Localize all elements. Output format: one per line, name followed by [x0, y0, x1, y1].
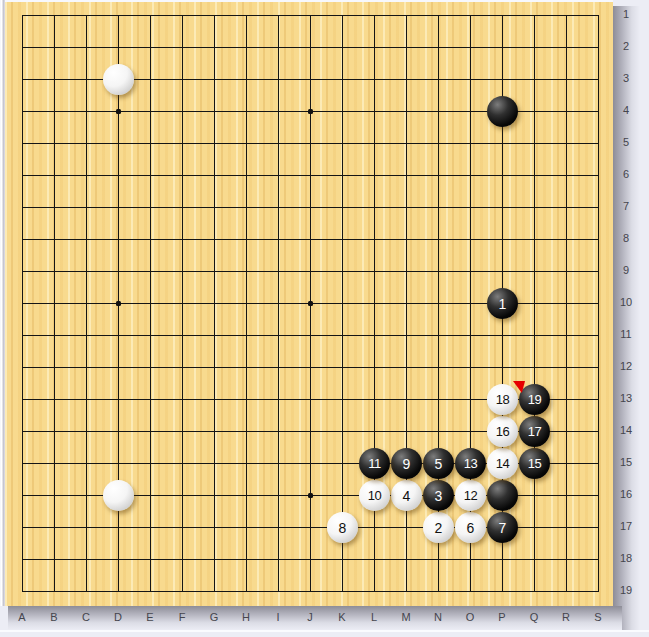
col-label-J: J — [300, 611, 320, 623]
move-15-stone-black-Q15: 15 — [519, 448, 550, 479]
col-label-F: F — [172, 611, 192, 623]
setup-stone-white-D3 — [103, 64, 134, 95]
move-7-stone-black-P17: 7 — [487, 512, 518, 543]
move-3-stone-black-N16: 3 — [423, 480, 454, 511]
col-label-P: P — [492, 611, 512, 623]
move-14-stone-white-P15: 14 — [487, 448, 518, 479]
move-1-stone-black-P10: 1 — [487, 288, 518, 319]
row-label-4: 4 — [615, 104, 637, 118]
row-label-18: 18 — [615, 552, 637, 566]
row-label-13: 13 — [615, 392, 637, 406]
setup-stone-black-P16 — [487, 480, 518, 511]
col-label-K: K — [332, 611, 352, 623]
move-19-stone-black-Q13: 19 — [519, 384, 550, 415]
row-label-15: 15 — [615, 456, 637, 470]
star-point-D10 — [116, 301, 121, 306]
go-diagram-window: 12345678910111213141516171819 ABCDEFGHIJ… — [0, 0, 649, 637]
col-label-E: E — [140, 611, 160, 623]
col-label-I: I — [268, 611, 288, 623]
move-6-stone-white-O17: 6 — [455, 512, 486, 543]
move-12-stone-white-O16: 12 — [455, 480, 486, 511]
move-number: 5 — [435, 457, 443, 471]
col-label-Q: Q — [524, 611, 544, 623]
board-shadow-right — [613, 6, 640, 630]
move-13-stone-black-O15: 13 — [455, 448, 486, 479]
move-5-stone-black-N15: 5 — [423, 448, 454, 479]
move-11-stone-black-L15: 11 — [359, 448, 390, 479]
row-label-16: 16 — [615, 488, 637, 502]
row-label-19: 19 — [615, 584, 637, 598]
row-label-12: 12 — [615, 360, 637, 374]
move-number: 18 — [496, 393, 509, 406]
move-10-stone-white-L16: 10 — [359, 480, 390, 511]
col-label-O: O — [460, 611, 480, 623]
move-number: 9 — [403, 457, 411, 471]
col-label-L: L — [364, 611, 384, 623]
move-16-stone-white-P14: 16 — [487, 416, 518, 447]
col-label-M: M — [396, 611, 416, 623]
row-label-9: 9 — [615, 264, 637, 278]
star-point-J16 — [308, 493, 313, 498]
col-label-A: A — [12, 611, 32, 623]
move-number: 12 — [464, 489, 477, 502]
row-label-2: 2 — [615, 40, 637, 54]
col-label-D: D — [108, 611, 128, 623]
row-label-7: 7 — [615, 200, 637, 214]
move-number: 1 — [499, 297, 507, 311]
row-label-14: 14 — [615, 424, 637, 438]
row-label-8: 8 — [615, 232, 637, 246]
move-18-stone-white-P13: 18 — [487, 384, 518, 415]
row-label-3: 3 — [615, 72, 637, 86]
move-2-stone-white-N17: 2 — [423, 512, 454, 543]
move-17-stone-black-Q14: 17 — [519, 416, 550, 447]
move-number: 8 — [339, 521, 347, 535]
go-board: 12345678910111213141516171819 — [5, 2, 613, 606]
move-number: 16 — [496, 425, 509, 438]
window-left-edge — [0, 0, 5, 606]
move-9-stone-black-M15: 9 — [391, 448, 422, 479]
move-number: 13 — [464, 457, 477, 470]
row-label-1: 1 — [615, 8, 637, 22]
move-number: 19 — [528, 393, 541, 406]
star-point-J10 — [308, 301, 313, 306]
setup-stone-black-P4 — [487, 96, 518, 127]
row-label-6: 6 — [615, 168, 637, 182]
move-number: 6 — [467, 521, 475, 535]
row-label-17: 17 — [615, 520, 637, 534]
move-number: 10 — [368, 489, 381, 502]
col-label-S: S — [588, 611, 608, 623]
setup-stone-white-D16 — [103, 480, 134, 511]
move-number: 17 — [528, 425, 541, 438]
col-label-G: G — [204, 611, 224, 623]
col-label-B: B — [44, 611, 64, 623]
move-8-stone-white-K17: 8 — [327, 512, 358, 543]
move-number: 3 — [435, 489, 443, 503]
move-number: 2 — [435, 521, 443, 535]
move-number: 4 — [403, 489, 411, 503]
move-number: 15 — [528, 457, 541, 470]
row-label-5: 5 — [615, 136, 637, 150]
star-point-J4 — [308, 109, 313, 114]
move-number: 7 — [499, 521, 507, 535]
col-label-N: N — [428, 611, 448, 623]
move-4-stone-white-M16: 4 — [391, 480, 422, 511]
board-grid[interactable]: 12345678910111213141516171819 — [22, 15, 599, 592]
col-label-C: C — [76, 611, 96, 623]
star-point-D4 — [116, 109, 121, 114]
move-number: 14 — [496, 457, 509, 470]
row-label-11: 11 — [615, 328, 637, 342]
window-top-edge — [0, 0, 613, 2]
row-label-10: 10 — [615, 296, 637, 310]
col-label-H: H — [236, 611, 256, 623]
move-number: 11 — [368, 457, 381, 470]
window-bottom-border — [0, 630, 649, 632]
col-label-R: R — [556, 611, 576, 623]
